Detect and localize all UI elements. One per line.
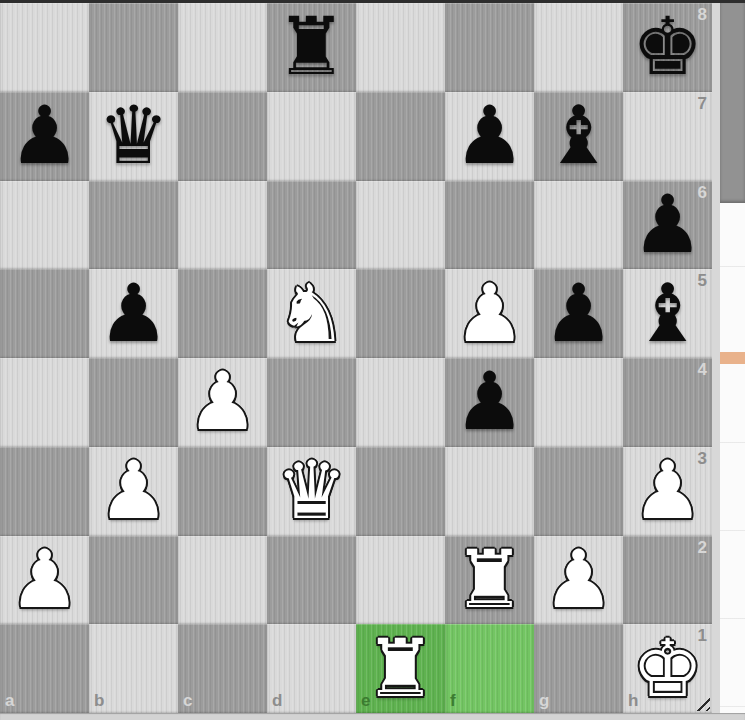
square-d7[interactable] bbox=[267, 92, 356, 181]
square-f6[interactable] bbox=[445, 181, 534, 270]
file-label-g: g bbox=[539, 691, 549, 711]
square-h2[interactable]: 2 bbox=[623, 536, 712, 625]
square-b8[interactable] bbox=[89, 3, 178, 92]
square-e6[interactable] bbox=[356, 181, 445, 270]
square-h3[interactable]: 3♟ bbox=[623, 447, 712, 536]
square-g8[interactable] bbox=[534, 3, 623, 92]
square-d8[interactable]: ♜ bbox=[267, 3, 356, 92]
square-b4[interactable] bbox=[89, 358, 178, 447]
square-g6[interactable] bbox=[534, 181, 623, 270]
scroll-track-top-segment bbox=[720, 3, 745, 203]
square-b5[interactable]: ♟ bbox=[89, 269, 178, 358]
rank-label-7: 7 bbox=[698, 94, 707, 114]
piece-black-king[interactable]: ♚ bbox=[623, 3, 712, 92]
square-d6[interactable] bbox=[267, 181, 356, 270]
piece-white-pawn[interactable]: ♟ bbox=[445, 269, 534, 358]
square-g1[interactable]: g bbox=[534, 624, 623, 713]
piece-black-rook[interactable]: ♜ bbox=[267, 3, 356, 92]
square-g5[interactable]: ♟ bbox=[534, 269, 623, 358]
square-h4[interactable]: 4 bbox=[623, 358, 712, 447]
square-f3[interactable] bbox=[445, 447, 534, 536]
square-f4[interactable]: ♟ bbox=[445, 358, 534, 447]
piece-black-bishop[interactable]: ♝ bbox=[623, 269, 712, 358]
board-right-gap bbox=[712, 3, 720, 713]
piece-black-queen[interactable]: ♛ bbox=[89, 92, 178, 181]
square-h6[interactable]: 6♟ bbox=[623, 181, 712, 270]
file-label-f: f bbox=[450, 691, 456, 711]
chess-app: ♜8♚♟♛♟♝76♟♟♞♟♟5♝♟♟4♟♛3♟♟♜♟2abcde♜fgh1♚ bbox=[0, 0, 745, 720]
square-h8[interactable]: 8♚ bbox=[623, 3, 712, 92]
piece-black-pawn[interactable]: ♟ bbox=[0, 92, 89, 181]
piece-white-pawn[interactable]: ♟ bbox=[178, 358, 267, 447]
board-bottom-edge bbox=[0, 713, 745, 720]
square-b2[interactable] bbox=[89, 536, 178, 625]
square-g3[interactable] bbox=[534, 447, 623, 536]
square-a4[interactable] bbox=[0, 358, 89, 447]
chess-board[interactable]: ♜8♚♟♛♟♝76♟♟♞♟♟5♝♟♟4♟♛3♟♟♜♟2abcde♜fgh1♚ bbox=[0, 3, 712, 713]
piece-white-knight[interactable]: ♞ bbox=[267, 269, 356, 358]
square-h5[interactable]: 5♝ bbox=[623, 269, 712, 358]
square-a2[interactable]: ♟ bbox=[0, 536, 89, 625]
square-a1[interactable]: a bbox=[0, 624, 89, 713]
piece-black-pawn[interactable]: ♟ bbox=[445, 358, 534, 447]
square-f8[interactable] bbox=[445, 3, 534, 92]
square-b7[interactable]: ♛ bbox=[89, 92, 178, 181]
square-a5[interactable] bbox=[0, 269, 89, 358]
piece-white-pawn[interactable]: ♟ bbox=[0, 536, 89, 625]
square-a3[interactable] bbox=[0, 447, 89, 536]
file-label-c: c bbox=[183, 691, 192, 711]
square-c4[interactable]: ♟ bbox=[178, 358, 267, 447]
square-g2[interactable]: ♟ bbox=[534, 536, 623, 625]
square-e4[interactable] bbox=[356, 358, 445, 447]
square-f7[interactable]: ♟ bbox=[445, 92, 534, 181]
square-c6[interactable] bbox=[178, 181, 267, 270]
square-c2[interactable] bbox=[178, 536, 267, 625]
square-c3[interactable] bbox=[178, 447, 267, 536]
scroll-position-marker[interactable] bbox=[720, 352, 745, 364]
square-b1[interactable]: b bbox=[89, 624, 178, 713]
square-h1[interactable]: h1♚ bbox=[623, 624, 712, 713]
square-c8[interactable] bbox=[178, 3, 267, 92]
square-e1[interactable]: e♜ bbox=[356, 624, 445, 713]
square-f1[interactable]: f bbox=[445, 624, 534, 713]
square-a8[interactable] bbox=[0, 3, 89, 92]
square-e8[interactable] bbox=[356, 3, 445, 92]
square-f2[interactable]: ♜ bbox=[445, 536, 534, 625]
square-g4[interactable] bbox=[534, 358, 623, 447]
square-b3[interactable]: ♟ bbox=[89, 447, 178, 536]
rank-label-2: 2 bbox=[698, 538, 707, 558]
file-label-a: a bbox=[5, 691, 14, 711]
square-e7[interactable] bbox=[356, 92, 445, 181]
rank-label-4: 4 bbox=[698, 360, 707, 380]
piece-black-pawn[interactable]: ♟ bbox=[445, 92, 534, 181]
piece-white-rook[interactable]: ♜ bbox=[445, 536, 534, 625]
square-f5[interactable]: ♟ bbox=[445, 269, 534, 358]
piece-white-queen[interactable]: ♛ bbox=[267, 447, 356, 536]
piece-white-pawn[interactable]: ♟ bbox=[89, 447, 178, 536]
square-c1[interactable]: c bbox=[178, 624, 267, 713]
square-a7[interactable]: ♟ bbox=[0, 92, 89, 181]
piece-black-bishop[interactable]: ♝ bbox=[534, 92, 623, 181]
square-h7[interactable]: 7 bbox=[623, 92, 712, 181]
square-d3[interactable]: ♛ bbox=[267, 447, 356, 536]
square-g7[interactable]: ♝ bbox=[534, 92, 623, 181]
square-e2[interactable] bbox=[356, 536, 445, 625]
square-d2[interactable] bbox=[267, 536, 356, 625]
square-d5[interactable]: ♞ bbox=[267, 269, 356, 358]
square-c7[interactable] bbox=[178, 92, 267, 181]
square-d1[interactable]: d bbox=[267, 624, 356, 713]
file-label-b: b bbox=[94, 691, 104, 711]
board-top-edge bbox=[0, 0, 745, 3]
square-c5[interactable] bbox=[178, 269, 267, 358]
piece-white-king[interactable]: ♚ bbox=[623, 624, 712, 713]
square-e3[interactable] bbox=[356, 447, 445, 536]
piece-black-pawn[interactable]: ♟ bbox=[534, 269, 623, 358]
piece-black-pawn[interactable]: ♟ bbox=[89, 269, 178, 358]
piece-white-pawn[interactable]: ♟ bbox=[623, 447, 712, 536]
square-e5[interactable] bbox=[356, 269, 445, 358]
file-label-d: d bbox=[272, 691, 282, 711]
piece-white-rook[interactable]: ♜ bbox=[356, 624, 445, 713]
square-d4[interactable] bbox=[267, 358, 356, 447]
scroll-track[interactable] bbox=[720, 3, 745, 713]
square-a6[interactable] bbox=[0, 181, 89, 270]
piece-black-pawn[interactable]: ♟ bbox=[623, 181, 712, 270]
square-b6[interactable] bbox=[89, 181, 178, 270]
piece-white-pawn[interactable]: ♟ bbox=[534, 536, 623, 625]
